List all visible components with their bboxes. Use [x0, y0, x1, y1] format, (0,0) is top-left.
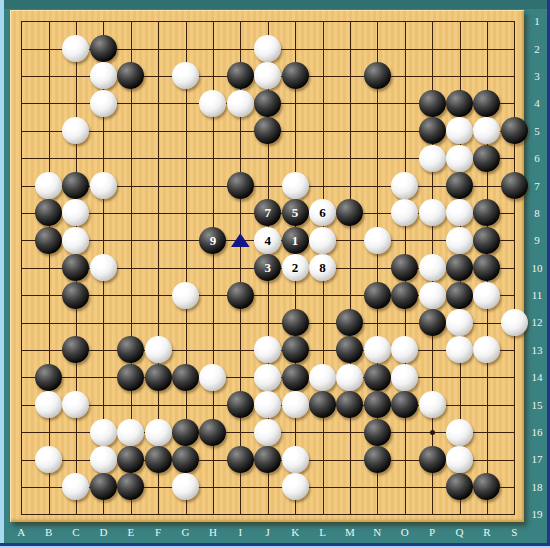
board-point-F4[interactable] [144, 90, 171, 117]
board-point-F10[interactable] [144, 254, 171, 281]
board-point-M19[interactable] [336, 501, 363, 528]
board-point-Q7[interactable] [446, 172, 473, 199]
board-point-F16[interactable] [144, 418, 171, 445]
board-point-S9[interactable] [501, 227, 528, 254]
board-point-B6[interactable] [35, 144, 62, 171]
board-point-M3[interactable] [336, 62, 363, 89]
board-point-F3[interactable] [144, 62, 171, 89]
board-point-P13[interactable] [418, 336, 445, 363]
board-point-P3[interactable] [418, 62, 445, 89]
board-point-J4[interactable] [254, 90, 281, 117]
board-point-O13[interactable] [391, 336, 418, 363]
board-point-R6[interactable] [473, 144, 500, 171]
board-point-Q9[interactable] [446, 227, 473, 254]
board-point-R2[interactable] [473, 35, 500, 62]
board-point-O7[interactable] [391, 172, 418, 199]
board-point-G1[interactable] [172, 8, 199, 35]
board-point-J14[interactable] [254, 364, 281, 391]
board-point-D9[interactable] [90, 227, 117, 254]
board-point-A9[interactable] [8, 227, 35, 254]
board-point-L16[interactable] [309, 418, 336, 445]
board-point-S8[interactable] [501, 199, 528, 226]
board-point-S11[interactable] [501, 281, 528, 308]
board-point-E17[interactable] [117, 446, 144, 473]
board-point-J13[interactable] [254, 336, 281, 363]
board-point-F8[interactable] [144, 199, 171, 226]
board-point-C17[interactable] [62, 446, 89, 473]
board-point-R4[interactable] [473, 90, 500, 117]
board-point-B7[interactable] [35, 172, 62, 199]
board-point-R12[interactable] [473, 309, 500, 336]
board-point-H12[interactable] [199, 309, 226, 336]
board-point-L13[interactable] [309, 336, 336, 363]
board-point-K11[interactable] [281, 281, 308, 308]
board-point-C15[interactable] [62, 391, 89, 418]
board-point-N1[interactable] [364, 8, 391, 35]
board-point-N12[interactable] [364, 309, 391, 336]
board-point-S12[interactable] [501, 309, 528, 336]
board-point-P12[interactable] [418, 309, 445, 336]
board-point-F5[interactable] [144, 117, 171, 144]
board-point-N7[interactable] [364, 172, 391, 199]
board-point-E11[interactable] [117, 281, 144, 308]
board-point-J10[interactable]: 3 [254, 254, 281, 281]
board-point-E4[interactable] [117, 90, 144, 117]
board-point-I6[interactable] [227, 144, 254, 171]
board-point-A19[interactable] [8, 501, 35, 528]
board-point-O10[interactable] [391, 254, 418, 281]
board-point-M16[interactable] [336, 418, 363, 445]
board-point-O12[interactable] [391, 309, 418, 336]
board-point-S16[interactable] [501, 418, 528, 445]
board-point-G4[interactable] [172, 90, 199, 117]
board-point-E19[interactable] [117, 501, 144, 528]
board-point-E16[interactable] [117, 418, 144, 445]
board-point-F18[interactable] [144, 473, 171, 500]
board-point-B4[interactable] [35, 90, 62, 117]
board-point-F12[interactable] [144, 309, 171, 336]
board-point-P18[interactable] [418, 473, 445, 500]
board-point-R3[interactable] [473, 62, 500, 89]
board-point-L8[interactable]: 6 [309, 199, 336, 226]
board-point-F19[interactable] [144, 501, 171, 528]
board-point-A13[interactable] [8, 336, 35, 363]
board-point-I8[interactable] [227, 199, 254, 226]
board-point-Q14[interactable] [446, 364, 473, 391]
board-point-P9[interactable] [418, 227, 445, 254]
board-point-P15[interactable] [418, 391, 445, 418]
board-point-L6[interactable] [309, 144, 336, 171]
board-point-E14[interactable] [117, 364, 144, 391]
board-point-B14[interactable] [35, 364, 62, 391]
board-point-L1[interactable] [309, 8, 336, 35]
board-point-P2[interactable] [418, 35, 445, 62]
board-point-C11[interactable] [62, 281, 89, 308]
board-point-Q8[interactable] [446, 199, 473, 226]
board-point-C19[interactable] [62, 501, 89, 528]
board-point-D6[interactable] [90, 144, 117, 171]
board-point-H11[interactable] [199, 281, 226, 308]
board-point-A5[interactable] [8, 117, 35, 144]
board-point-M8[interactable] [336, 199, 363, 226]
board-point-I11[interactable] [227, 281, 254, 308]
board-point-S2[interactable] [501, 35, 528, 62]
board-point-A12[interactable] [8, 309, 35, 336]
board-point-B1[interactable] [35, 8, 62, 35]
board-point-G10[interactable] [172, 254, 199, 281]
board-point-H6[interactable] [199, 144, 226, 171]
board-point-L9[interactable] [309, 227, 336, 254]
board-point-N8[interactable] [364, 199, 391, 226]
board-point-Q2[interactable] [446, 35, 473, 62]
board-point-D14[interactable] [90, 364, 117, 391]
board-point-P7[interactable] [418, 172, 445, 199]
board-point-R19[interactable] [473, 501, 500, 528]
board-point-F15[interactable] [144, 391, 171, 418]
board-point-O18[interactable] [391, 473, 418, 500]
board-point-B8[interactable] [35, 199, 62, 226]
board-point-S18[interactable] [501, 473, 528, 500]
board-point-I2[interactable] [227, 35, 254, 62]
board-point-S13[interactable] [501, 336, 528, 363]
board-point-A14[interactable] [8, 364, 35, 391]
board-point-G18[interactable] [172, 473, 199, 500]
board-point-M9[interactable] [336, 227, 363, 254]
board-point-Q18[interactable] [446, 473, 473, 500]
board-point-L19[interactable] [309, 501, 336, 528]
board-point-D2[interactable] [90, 35, 117, 62]
board-point-K1[interactable] [281, 8, 308, 35]
board-point-F9[interactable] [144, 227, 171, 254]
board-point-C14[interactable] [62, 364, 89, 391]
board-point-E1[interactable] [117, 8, 144, 35]
board-point-P1[interactable] [418, 8, 445, 35]
board-point-N13[interactable] [364, 336, 391, 363]
board-point-I13[interactable] [227, 336, 254, 363]
board-point-D18[interactable] [90, 473, 117, 500]
board-point-H3[interactable] [199, 62, 226, 89]
board-point-M2[interactable] [336, 35, 363, 62]
board-point-C12[interactable] [62, 309, 89, 336]
board-point-L17[interactable] [309, 446, 336, 473]
board-point-O15[interactable] [391, 391, 418, 418]
board-point-P6[interactable] [418, 144, 445, 171]
board-point-M6[interactable] [336, 144, 363, 171]
board-point-G3[interactable] [172, 62, 199, 89]
board-point-N15[interactable] [364, 391, 391, 418]
board-point-D15[interactable] [90, 391, 117, 418]
board-point-K2[interactable] [281, 35, 308, 62]
board-grid[interactable]: 756941328 [8, 8, 528, 528]
board-point-N5[interactable] [364, 117, 391, 144]
board-point-H13[interactable] [199, 336, 226, 363]
board-point-H15[interactable] [199, 391, 226, 418]
board-point-N4[interactable] [364, 90, 391, 117]
board-point-I3[interactable] [227, 62, 254, 89]
board-point-E2[interactable] [117, 35, 144, 62]
board-point-G19[interactable] [172, 501, 199, 528]
board-point-H10[interactable] [199, 254, 226, 281]
board-point-L10[interactable]: 8 [309, 254, 336, 281]
board-point-C2[interactable] [62, 35, 89, 62]
board-point-G16[interactable] [172, 418, 199, 445]
board-point-P8[interactable] [418, 199, 445, 226]
board-point-A7[interactable] [8, 172, 35, 199]
board-point-S15[interactable] [501, 391, 528, 418]
board-point-H17[interactable] [199, 446, 226, 473]
board-point-O8[interactable] [391, 199, 418, 226]
board-point-F14[interactable] [144, 364, 171, 391]
board-point-H18[interactable] [199, 473, 226, 500]
board-point-C8[interactable] [62, 199, 89, 226]
board-point-D5[interactable] [90, 117, 117, 144]
board-point-Q15[interactable] [446, 391, 473, 418]
board-point-K7[interactable] [281, 172, 308, 199]
board-point-D1[interactable] [90, 8, 117, 35]
board-point-R9[interactable] [473, 227, 500, 254]
board-point-A4[interactable] [8, 90, 35, 117]
board-point-B2[interactable] [35, 35, 62, 62]
board-point-J15[interactable] [254, 391, 281, 418]
board-point-K8[interactable]: 5 [281, 199, 308, 226]
board-point-Q16[interactable] [446, 418, 473, 445]
board-point-A16[interactable] [8, 418, 35, 445]
board-point-O17[interactable] [391, 446, 418, 473]
board-point-L15[interactable] [309, 391, 336, 418]
board-point-A10[interactable] [8, 254, 35, 281]
board-point-I7[interactable] [227, 172, 254, 199]
board-point-R16[interactable] [473, 418, 500, 445]
board-point-J5[interactable] [254, 117, 281, 144]
board-point-C16[interactable] [62, 418, 89, 445]
board-point-D19[interactable] [90, 501, 117, 528]
board-point-A8[interactable] [8, 199, 35, 226]
board-point-F13[interactable] [144, 336, 171, 363]
board-point-D8[interactable] [90, 199, 117, 226]
board-point-K14[interactable] [281, 364, 308, 391]
board-point-D7[interactable] [90, 172, 117, 199]
board-point-K19[interactable] [281, 501, 308, 528]
board-point-N6[interactable] [364, 144, 391, 171]
board-point-O14[interactable] [391, 364, 418, 391]
board-point-H4[interactable] [199, 90, 226, 117]
board-point-K17[interactable] [281, 446, 308, 473]
board-point-H8[interactable] [199, 199, 226, 226]
board-point-M17[interactable] [336, 446, 363, 473]
board-point-M11[interactable] [336, 281, 363, 308]
board-point-I4[interactable] [227, 90, 254, 117]
board-point-O4[interactable] [391, 90, 418, 117]
board-point-D12[interactable] [90, 309, 117, 336]
board-point-M4[interactable] [336, 90, 363, 117]
board-point-B10[interactable] [35, 254, 62, 281]
board-point-H7[interactable] [199, 172, 226, 199]
board-point-D16[interactable] [90, 418, 117, 445]
board-point-P16[interactable] [418, 418, 445, 445]
board-point-Q12[interactable] [446, 309, 473, 336]
board-point-J16[interactable] [254, 418, 281, 445]
board-point-P19[interactable] [418, 501, 445, 528]
board-point-B12[interactable] [35, 309, 62, 336]
board-point-E8[interactable] [117, 199, 144, 226]
board-point-R17[interactable] [473, 446, 500, 473]
board-point-B11[interactable] [35, 281, 62, 308]
board-point-M7[interactable] [336, 172, 363, 199]
board-point-E3[interactable] [117, 62, 144, 89]
board-point-G11[interactable] [172, 281, 199, 308]
board-point-N10[interactable] [364, 254, 391, 281]
board-point-J8[interactable]: 7 [254, 199, 281, 226]
board-point-S5[interactable] [501, 117, 528, 144]
board-point-E12[interactable] [117, 309, 144, 336]
board-point-R11[interactable] [473, 281, 500, 308]
board-point-G17[interactable] [172, 446, 199, 473]
board-point-J9[interactable]: 4 [254, 227, 281, 254]
board-point-C10[interactable] [62, 254, 89, 281]
board-point-A6[interactable] [8, 144, 35, 171]
board-point-I16[interactable] [227, 418, 254, 445]
board-point-M10[interactable] [336, 254, 363, 281]
board-point-D17[interactable] [90, 446, 117, 473]
board-point-P14[interactable] [418, 364, 445, 391]
board-point-A2[interactable] [8, 35, 35, 62]
board-point-K6[interactable] [281, 144, 308, 171]
board-point-Q10[interactable] [446, 254, 473, 281]
board-point-G7[interactable] [172, 172, 199, 199]
board-point-J18[interactable] [254, 473, 281, 500]
board-point-J11[interactable] [254, 281, 281, 308]
board-point-O2[interactable] [391, 35, 418, 62]
board-point-S10[interactable] [501, 254, 528, 281]
board-point-N18[interactable] [364, 473, 391, 500]
board-point-F2[interactable] [144, 35, 171, 62]
board-point-C4[interactable] [62, 90, 89, 117]
board-point-B18[interactable] [35, 473, 62, 500]
board-point-L2[interactable] [309, 35, 336, 62]
board-point-R15[interactable] [473, 391, 500, 418]
board-point-I10[interactable] [227, 254, 254, 281]
board-point-S19[interactable] [501, 501, 528, 528]
board-point-B17[interactable] [35, 446, 62, 473]
board-point-B13[interactable] [35, 336, 62, 363]
board-point-A18[interactable] [8, 473, 35, 500]
board-point-M15[interactable] [336, 391, 363, 418]
board-point-G9[interactable] [172, 227, 199, 254]
board-point-E6[interactable] [117, 144, 144, 171]
board-point-K4[interactable] [281, 90, 308, 117]
board-point-C5[interactable] [62, 117, 89, 144]
board-point-E5[interactable] [117, 117, 144, 144]
board-point-B3[interactable] [35, 62, 62, 89]
board-point-E7[interactable] [117, 172, 144, 199]
board-point-Q1[interactable] [446, 8, 473, 35]
board-point-H14[interactable] [199, 364, 226, 391]
board-point-G8[interactable] [172, 199, 199, 226]
board-point-G14[interactable] [172, 364, 199, 391]
board-point-B5[interactable] [35, 117, 62, 144]
board-point-N9[interactable] [364, 227, 391, 254]
board-point-H2[interactable] [199, 35, 226, 62]
board-point-H19[interactable] [199, 501, 226, 528]
board-point-L3[interactable] [309, 62, 336, 89]
board-point-Q6[interactable] [446, 144, 473, 171]
board-point-C1[interactable] [62, 8, 89, 35]
board-point-I1[interactable] [227, 8, 254, 35]
board-point-A3[interactable] [8, 62, 35, 89]
board-point-F11[interactable] [144, 281, 171, 308]
board-point-N3[interactable] [364, 62, 391, 89]
board-point-L4[interactable] [309, 90, 336, 117]
board-point-N11[interactable] [364, 281, 391, 308]
board-point-Q17[interactable] [446, 446, 473, 473]
board-point-R10[interactable] [473, 254, 500, 281]
board-point-A11[interactable] [8, 281, 35, 308]
board-point-C3[interactable] [62, 62, 89, 89]
board-point-B16[interactable] [35, 418, 62, 445]
board-point-F6[interactable] [144, 144, 171, 171]
board-point-R1[interactable] [473, 8, 500, 35]
board-point-J12[interactable] [254, 309, 281, 336]
board-point-D11[interactable] [90, 281, 117, 308]
board-point-K15[interactable] [281, 391, 308, 418]
board-point-S14[interactable] [501, 364, 528, 391]
board-point-S3[interactable] [501, 62, 528, 89]
board-point-M18[interactable] [336, 473, 363, 500]
board-point-K16[interactable] [281, 418, 308, 445]
board-point-G12[interactable] [172, 309, 199, 336]
board-point-E15[interactable] [117, 391, 144, 418]
board-point-C13[interactable] [62, 336, 89, 363]
board-point-E10[interactable] [117, 254, 144, 281]
board-point-N14[interactable] [364, 364, 391, 391]
board-point-P17[interactable] [418, 446, 445, 473]
board-point-M1[interactable] [336, 8, 363, 35]
board-point-O1[interactable] [391, 8, 418, 35]
board-point-I17[interactable] [227, 446, 254, 473]
board-point-L18[interactable] [309, 473, 336, 500]
board-point-L14[interactable] [309, 364, 336, 391]
board-point-K12[interactable] [281, 309, 308, 336]
board-point-O11[interactable] [391, 281, 418, 308]
board-point-Q5[interactable] [446, 117, 473, 144]
board-point-A17[interactable] [8, 446, 35, 473]
board-point-F1[interactable] [144, 8, 171, 35]
board-point-Q4[interactable] [446, 90, 473, 117]
board-point-K10[interactable]: 2 [281, 254, 308, 281]
board-point-C6[interactable] [62, 144, 89, 171]
board-point-J7[interactable] [254, 172, 281, 199]
board-point-D3[interactable] [90, 62, 117, 89]
board-point-I9[interactable] [227, 227, 254, 254]
board-point-F7[interactable] [144, 172, 171, 199]
board-point-O6[interactable] [391, 144, 418, 171]
board-point-S17[interactable] [501, 446, 528, 473]
board-point-G2[interactable] [172, 35, 199, 62]
board-point-K18[interactable] [281, 473, 308, 500]
board-point-E18[interactable] [117, 473, 144, 500]
board-point-R13[interactable] [473, 336, 500, 363]
board-point-C7[interactable] [62, 172, 89, 199]
board-point-G5[interactable] [172, 117, 199, 144]
board-point-P4[interactable] [418, 90, 445, 117]
board-point-R5[interactable] [473, 117, 500, 144]
board-point-O9[interactable] [391, 227, 418, 254]
board-point-B15[interactable] [35, 391, 62, 418]
board-point-O3[interactable] [391, 62, 418, 89]
board-point-P10[interactable] [418, 254, 445, 281]
board-point-O19[interactable] [391, 501, 418, 528]
board-point-N19[interactable] [364, 501, 391, 528]
